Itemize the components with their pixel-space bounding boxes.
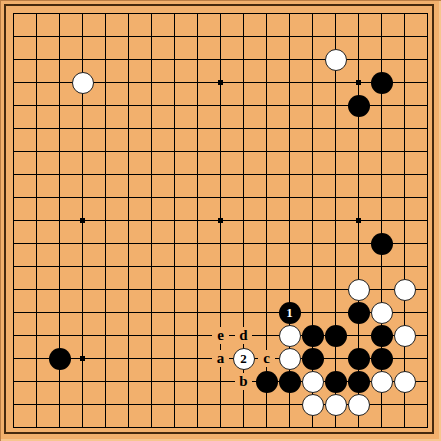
point-3-2[interactable]: [71, 48, 94, 71]
point-9-9[interactable]: [209, 209, 232, 232]
point-18-16[interactable]: [416, 370, 439, 393]
point-17-2[interactable]: [393, 48, 416, 71]
point-10-1[interactable]: [232, 25, 255, 48]
point-8-2[interactable]: [186, 48, 209, 71]
point-2-5[interactable]: [48, 117, 71, 140]
white-stone[interactable]: [279, 325, 301, 347]
point-9-5[interactable]: [209, 117, 232, 140]
white-stone[interactable]: [394, 371, 416, 393]
point-13-11[interactable]: [301, 255, 324, 278]
point-15-11[interactable]: [347, 255, 370, 278]
point-17-15[interactable]: [393, 347, 416, 370]
point-18-15[interactable]: [416, 347, 439, 370]
point-16-15[interactable]: [370, 347, 393, 370]
white-stone[interactable]: [325, 394, 347, 416]
point-12-18[interactable]: [278, 416, 301, 439]
white-stone-move-2[interactable]: 2: [233, 348, 255, 370]
point-7-16[interactable]: [163, 370, 186, 393]
point-4-0[interactable]: [94, 2, 117, 25]
point-1-16[interactable]: [25, 370, 48, 393]
point-5-13[interactable]: [117, 301, 140, 324]
point-10-12[interactable]: [232, 278, 255, 301]
point-12-7[interactable]: [278, 163, 301, 186]
point-11-11[interactable]: [255, 255, 278, 278]
point-16-7[interactable]: [370, 163, 393, 186]
point-10-9[interactable]: [232, 209, 255, 232]
point-12-15[interactable]: [278, 347, 301, 370]
point-9-10[interactable]: [209, 232, 232, 255]
point-16-18[interactable]: [370, 416, 393, 439]
point-16-2[interactable]: [370, 48, 393, 71]
point-5-15[interactable]: [117, 347, 140, 370]
point-15-9[interactable]: [347, 209, 370, 232]
point-10-16[interactable]: b: [232, 370, 255, 393]
point-3-10[interactable]: [71, 232, 94, 255]
point-16-5[interactable]: [370, 117, 393, 140]
point-3-16[interactable]: [71, 370, 94, 393]
point-5-0[interactable]: [117, 2, 140, 25]
point-2-9[interactable]: [48, 209, 71, 232]
point-9-13[interactable]: [209, 301, 232, 324]
point-15-6[interactable]: [347, 140, 370, 163]
point-15-16[interactable]: [347, 370, 370, 393]
point-4-6[interactable]: [94, 140, 117, 163]
point-5-17[interactable]: [117, 393, 140, 416]
point-15-14[interactable]: [347, 324, 370, 347]
point-9-4[interactable]: [209, 94, 232, 117]
point-11-18[interactable]: [255, 416, 278, 439]
point-9-16[interactable]: [209, 370, 232, 393]
point-14-11[interactable]: [324, 255, 347, 278]
point-6-15[interactable]: [140, 347, 163, 370]
point-1-14[interactable]: [25, 324, 48, 347]
point-6-1[interactable]: [140, 25, 163, 48]
point-5-3[interactable]: [117, 71, 140, 94]
point-12-11[interactable]: [278, 255, 301, 278]
point-1-15[interactable]: [25, 347, 48, 370]
point-0-6[interactable]: [2, 140, 25, 163]
white-stone[interactable]: [302, 394, 324, 416]
point-18-0[interactable]: [416, 2, 439, 25]
point-17-8[interactable]: [393, 186, 416, 209]
point-14-18[interactable]: [324, 416, 347, 439]
point-4-7[interactable]: [94, 163, 117, 186]
point-4-9[interactable]: [94, 209, 117, 232]
black-stone[interactable]: [302, 348, 324, 370]
point-1-7[interactable]: [25, 163, 48, 186]
white-stone[interactable]: [348, 279, 370, 301]
point-0-13[interactable]: [2, 301, 25, 324]
black-stone[interactable]: [371, 325, 393, 347]
point-5-11[interactable]: [117, 255, 140, 278]
point-8-8[interactable]: [186, 186, 209, 209]
point-17-17[interactable]: [393, 393, 416, 416]
point-16-0[interactable]: [370, 2, 393, 25]
point-13-17[interactable]: [301, 393, 324, 416]
point-0-7[interactable]: [2, 163, 25, 186]
point-11-16[interactable]: [255, 370, 278, 393]
point-10-2[interactable]: [232, 48, 255, 71]
point-16-9[interactable]: [370, 209, 393, 232]
point-15-7[interactable]: [347, 163, 370, 186]
point-15-5[interactable]: [347, 117, 370, 140]
point-18-1[interactable]: [416, 25, 439, 48]
point-2-13[interactable]: [48, 301, 71, 324]
point-12-4[interactable]: [278, 94, 301, 117]
point-8-3[interactable]: [186, 71, 209, 94]
point-17-13[interactable]: [393, 301, 416, 324]
point-14-12[interactable]: [324, 278, 347, 301]
point-8-15[interactable]: [186, 347, 209, 370]
point-13-5[interactable]: [301, 117, 324, 140]
black-stone[interactable]: [348, 302, 370, 324]
point-1-10[interactable]: [25, 232, 48, 255]
point-2-17[interactable]: [48, 393, 71, 416]
point-16-11[interactable]: [370, 255, 393, 278]
point-8-12[interactable]: [186, 278, 209, 301]
point-8-9[interactable]: [186, 209, 209, 232]
point-4-5[interactable]: [94, 117, 117, 140]
black-stone-move-1[interactable]: 1: [279, 302, 301, 324]
point-9-3[interactable]: [209, 71, 232, 94]
point-17-3[interactable]: [393, 71, 416, 94]
point-7-9[interactable]: [163, 209, 186, 232]
point-10-7[interactable]: [232, 163, 255, 186]
point-17-12[interactable]: [393, 278, 416, 301]
point-7-4[interactable]: [163, 94, 186, 117]
point-11-8[interactable]: [255, 186, 278, 209]
point-6-0[interactable]: [140, 2, 163, 25]
point-18-18[interactable]: [416, 416, 439, 439]
point-16-12[interactable]: [370, 278, 393, 301]
point-4-18[interactable]: [94, 416, 117, 439]
point-15-13[interactable]: [347, 301, 370, 324]
point-7-6[interactable]: [163, 140, 186, 163]
point-9-15[interactable]: a: [209, 347, 232, 370]
point-10-8[interactable]: [232, 186, 255, 209]
point-11-13[interactable]: [255, 301, 278, 324]
point-16-13[interactable]: [370, 301, 393, 324]
white-stone[interactable]: [348, 394, 370, 416]
point-10-14[interactable]: d: [232, 324, 255, 347]
point-7-11[interactable]: [163, 255, 186, 278]
point-12-5[interactable]: [278, 117, 301, 140]
point-2-0[interactable]: [48, 2, 71, 25]
black-stone[interactable]: [279, 371, 301, 393]
point-18-5[interactable]: [416, 117, 439, 140]
point-8-4[interactable]: [186, 94, 209, 117]
point-13-2[interactable]: [301, 48, 324, 71]
point-12-1[interactable]: [278, 25, 301, 48]
point-6-12[interactable]: [140, 278, 163, 301]
point-17-14[interactable]: [393, 324, 416, 347]
point-0-18[interactable]: [2, 416, 25, 439]
point-1-3[interactable]: [25, 71, 48, 94]
point-1-18[interactable]: [25, 416, 48, 439]
point-13-15[interactable]: [301, 347, 324, 370]
point-0-2[interactable]: [2, 48, 25, 71]
point-11-3[interactable]: [255, 71, 278, 94]
white-stone[interactable]: [72, 72, 94, 94]
point-7-15[interactable]: [163, 347, 186, 370]
point-5-16[interactable]: [117, 370, 140, 393]
point-18-12[interactable]: [416, 278, 439, 301]
point-15-15[interactable]: [347, 347, 370, 370]
point-7-3[interactable]: [163, 71, 186, 94]
point-8-10[interactable]: [186, 232, 209, 255]
point-10-13[interactable]: [232, 301, 255, 324]
point-11-0[interactable]: [255, 2, 278, 25]
point-8-7[interactable]: [186, 163, 209, 186]
point-3-15[interactable]: [71, 347, 94, 370]
point-10-6[interactable]: [232, 140, 255, 163]
point-12-6[interactable]: [278, 140, 301, 163]
point-11-17[interactable]: [255, 393, 278, 416]
point-0-12[interactable]: [2, 278, 25, 301]
point-6-2[interactable]: [140, 48, 163, 71]
point-3-9[interactable]: [71, 209, 94, 232]
black-stone[interactable]: [348, 371, 370, 393]
point-15-3[interactable]: [347, 71, 370, 94]
point-16-10[interactable]: [370, 232, 393, 255]
point-0-8[interactable]: [2, 186, 25, 209]
point-6-16[interactable]: [140, 370, 163, 393]
point-5-6[interactable]: [117, 140, 140, 163]
point-12-10[interactable]: [278, 232, 301, 255]
point-9-2[interactable]: [209, 48, 232, 71]
point-6-11[interactable]: [140, 255, 163, 278]
point-16-17[interactable]: [370, 393, 393, 416]
point-12-2[interactable]: [278, 48, 301, 71]
point-1-9[interactable]: [25, 209, 48, 232]
point-17-5[interactable]: [393, 117, 416, 140]
point-18-13[interactable]: [416, 301, 439, 324]
point-14-10[interactable]: [324, 232, 347, 255]
point-9-18[interactable]: [209, 416, 232, 439]
point-18-3[interactable]: [416, 71, 439, 94]
point-0-11[interactable]: [2, 255, 25, 278]
point-4-4[interactable]: [94, 94, 117, 117]
point-9-6[interactable]: [209, 140, 232, 163]
point-5-18[interactable]: [117, 416, 140, 439]
point-5-8[interactable]: [117, 186, 140, 209]
point-14-16[interactable]: [324, 370, 347, 393]
point-11-15[interactable]: c: [255, 347, 278, 370]
point-2-2[interactable]: [48, 48, 71, 71]
point-1-4[interactable]: [25, 94, 48, 117]
point-7-0[interactable]: [163, 2, 186, 25]
black-stone[interactable]: [325, 371, 347, 393]
point-1-2[interactable]: [25, 48, 48, 71]
point-0-0[interactable]: [2, 2, 25, 25]
white-stone[interactable]: [325, 49, 347, 71]
point-13-9[interactable]: [301, 209, 324, 232]
point-3-8[interactable]: [71, 186, 94, 209]
point-2-1[interactable]: [48, 25, 71, 48]
point-5-2[interactable]: [117, 48, 140, 71]
point-14-5[interactable]: [324, 117, 347, 140]
white-stone[interactable]: [371, 371, 393, 393]
point-15-4[interactable]: [347, 94, 370, 117]
white-stone[interactable]: [394, 279, 416, 301]
point-2-16[interactable]: [48, 370, 71, 393]
black-stone[interactable]: [371, 348, 393, 370]
point-4-11[interactable]: [94, 255, 117, 278]
point-3-6[interactable]: [71, 140, 94, 163]
point-9-14[interactable]: e: [209, 324, 232, 347]
point-1-8[interactable]: [25, 186, 48, 209]
point-4-3[interactable]: [94, 71, 117, 94]
point-14-0[interactable]: [324, 2, 347, 25]
point-8-18[interactable]: [186, 416, 209, 439]
point-0-14[interactable]: [2, 324, 25, 347]
point-18-9[interactable]: [416, 209, 439, 232]
point-5-7[interactable]: [117, 163, 140, 186]
point-9-8[interactable]: [209, 186, 232, 209]
point-14-7[interactable]: [324, 163, 347, 186]
point-12-13[interactable]: 1: [278, 301, 301, 324]
point-11-12[interactable]: [255, 278, 278, 301]
point-15-12[interactable]: [347, 278, 370, 301]
point-13-3[interactable]: [301, 71, 324, 94]
point-7-7[interactable]: [163, 163, 186, 186]
point-2-4[interactable]: [48, 94, 71, 117]
point-16-6[interactable]: [370, 140, 393, 163]
point-3-5[interactable]: [71, 117, 94, 140]
point-14-2[interactable]: [324, 48, 347, 71]
point-7-1[interactable]: [163, 25, 186, 48]
point-8-1[interactable]: [186, 25, 209, 48]
point-11-7[interactable]: [255, 163, 278, 186]
black-stone[interactable]: [302, 325, 324, 347]
point-1-12[interactable]: [25, 278, 48, 301]
point-4-12[interactable]: [94, 278, 117, 301]
point-8-14[interactable]: [186, 324, 209, 347]
point-2-3[interactable]: [48, 71, 71, 94]
point-11-10[interactable]: [255, 232, 278, 255]
point-6-17[interactable]: [140, 393, 163, 416]
point-1-0[interactable]: [25, 2, 48, 25]
white-stone[interactable]: [394, 325, 416, 347]
point-16-14[interactable]: [370, 324, 393, 347]
point-15-1[interactable]: [347, 25, 370, 48]
point-2-10[interactable]: [48, 232, 71, 255]
point-17-9[interactable]: [393, 209, 416, 232]
point-7-14[interactable]: [163, 324, 186, 347]
point-18-7[interactable]: [416, 163, 439, 186]
point-18-14[interactable]: [416, 324, 439, 347]
point-11-6[interactable]: [255, 140, 278, 163]
point-1-5[interactable]: [25, 117, 48, 140]
point-17-6[interactable]: [393, 140, 416, 163]
point-10-3[interactable]: [232, 71, 255, 94]
point-5-9[interactable]: [117, 209, 140, 232]
point-3-1[interactable]: [71, 25, 94, 48]
point-6-8[interactable]: [140, 186, 163, 209]
point-2-8[interactable]: [48, 186, 71, 209]
point-3-14[interactable]: [71, 324, 94, 347]
point-12-12[interactable]: [278, 278, 301, 301]
point-6-3[interactable]: [140, 71, 163, 94]
point-18-2[interactable]: [416, 48, 439, 71]
black-stone[interactable]: [348, 95, 370, 117]
point-17-4[interactable]: [393, 94, 416, 117]
point-17-7[interactable]: [393, 163, 416, 186]
point-7-18[interactable]: [163, 416, 186, 439]
point-9-1[interactable]: [209, 25, 232, 48]
point-4-14[interactable]: [94, 324, 117, 347]
point-14-14[interactable]: [324, 324, 347, 347]
point-3-12[interactable]: [71, 278, 94, 301]
point-14-8[interactable]: [324, 186, 347, 209]
black-stone[interactable]: [49, 348, 71, 370]
point-4-2[interactable]: [94, 48, 117, 71]
point-4-10[interactable]: [94, 232, 117, 255]
point-10-10[interactable]: [232, 232, 255, 255]
point-6-5[interactable]: [140, 117, 163, 140]
point-4-17[interactable]: [94, 393, 117, 416]
black-stone[interactable]: [348, 348, 370, 370]
point-6-9[interactable]: [140, 209, 163, 232]
point-12-17[interactable]: [278, 393, 301, 416]
point-9-0[interactable]: [209, 2, 232, 25]
point-3-11[interactable]: [71, 255, 94, 278]
point-10-18[interactable]: [232, 416, 255, 439]
point-6-13[interactable]: [140, 301, 163, 324]
point-16-8[interactable]: [370, 186, 393, 209]
point-13-7[interactable]: [301, 163, 324, 186]
point-1-6[interactable]: [25, 140, 48, 163]
point-10-5[interactable]: [232, 117, 255, 140]
point-2-12[interactable]: [48, 278, 71, 301]
point-7-17[interactable]: [163, 393, 186, 416]
point-0-16[interactable]: [2, 370, 25, 393]
point-8-17[interactable]: [186, 393, 209, 416]
point-17-11[interactable]: [393, 255, 416, 278]
point-7-10[interactable]: [163, 232, 186, 255]
point-14-3[interactable]: [324, 71, 347, 94]
point-13-13[interactable]: [301, 301, 324, 324]
point-18-4[interactable]: [416, 94, 439, 117]
point-0-1[interactable]: [2, 25, 25, 48]
point-2-6[interactable]: [48, 140, 71, 163]
point-4-15[interactable]: [94, 347, 117, 370]
point-13-0[interactable]: [301, 2, 324, 25]
point-8-5[interactable]: [186, 117, 209, 140]
point-12-16[interactable]: [278, 370, 301, 393]
point-13-14[interactable]: [301, 324, 324, 347]
point-5-1[interactable]: [117, 25, 140, 48]
point-11-1[interactable]: [255, 25, 278, 48]
point-3-18[interactable]: [71, 416, 94, 439]
point-4-16[interactable]: [94, 370, 117, 393]
point-2-14[interactable]: [48, 324, 71, 347]
point-6-10[interactable]: [140, 232, 163, 255]
point-18-10[interactable]: [416, 232, 439, 255]
point-6-14[interactable]: [140, 324, 163, 347]
point-5-10[interactable]: [117, 232, 140, 255]
point-5-14[interactable]: [117, 324, 140, 347]
point-1-1[interactable]: [25, 25, 48, 48]
point-7-5[interactable]: [163, 117, 186, 140]
point-13-18[interactable]: [301, 416, 324, 439]
point-10-11[interactable]: [232, 255, 255, 278]
point-2-18[interactable]: [48, 416, 71, 439]
point-5-5[interactable]: [117, 117, 140, 140]
point-15-17[interactable]: [347, 393, 370, 416]
point-8-11[interactable]: [186, 255, 209, 278]
point-3-0[interactable]: [71, 2, 94, 25]
